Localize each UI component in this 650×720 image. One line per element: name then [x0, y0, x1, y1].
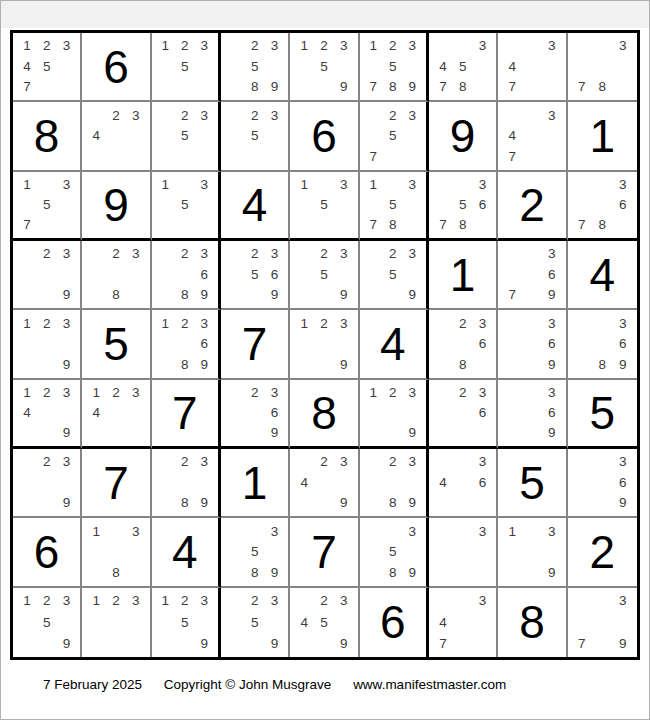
candidate-9: 9 [57, 423, 77, 443]
given-digit: 2 [590, 529, 616, 575]
candidate-1 [294, 591, 314, 612]
candidate-8 [245, 285, 265, 305]
cell-r5c4: 7 [221, 310, 290, 379]
candidate-6 [195, 56, 214, 76]
cell-r6c6: 1239 [360, 380, 429, 449]
candidate-3: 3 [57, 244, 77, 264]
candidate-8: 8 [383, 562, 402, 582]
candidate-8 [453, 633, 473, 654]
candidate-4: 4 [17, 56, 37, 76]
candidate-5: 5 [383, 542, 402, 562]
cell-r2c3: 235 [152, 102, 221, 171]
candidate-8: 8 [175, 354, 194, 374]
candidate-8: 8 [383, 215, 402, 235]
candidate-1 [225, 383, 245, 403]
puzzle-page: 1234576123523589123591235789345783473788… [0, 0, 650, 720]
candidate-8: 8 [245, 77, 265, 97]
candidate-5 [37, 403, 57, 423]
candidate-4 [433, 542, 453, 562]
candidate-7 [156, 215, 175, 235]
candidate-7 [502, 354, 522, 374]
candidate-6 [57, 612, 77, 633]
candidate-7 [502, 562, 522, 582]
candidate-6: 6 [473, 472, 493, 492]
footer: 7 February 2025 Copyright © John Musgrav… [43, 677, 506, 692]
candidate-7 [156, 77, 175, 97]
candidate-9 [403, 215, 422, 235]
cell-r6c7: 236 [429, 380, 498, 449]
candidate-4 [502, 542, 522, 562]
given-digit: 5 [590, 390, 616, 436]
cell-r8c1: 6 [13, 518, 82, 587]
candidate-5 [314, 472, 334, 492]
given-digit: 1 [242, 460, 268, 506]
cell-r2c9: 1 [568, 102, 637, 171]
candidate-4 [433, 334, 453, 354]
given-digit: 6 [103, 44, 129, 90]
candidate-3: 3 [57, 36, 77, 56]
cell-r5c7: 2368 [429, 310, 498, 379]
candidate-5: 5 [314, 264, 334, 284]
cell-r3c7: 35678 [429, 172, 498, 241]
candidate-8: 8 [106, 562, 126, 582]
candidate-2 [383, 521, 402, 541]
candidate-8 [383, 146, 402, 166]
candidate-4 [17, 612, 37, 633]
candidate-8 [314, 493, 334, 513]
candidate-7 [156, 354, 175, 374]
cell-r6c9: 5 [568, 380, 637, 449]
candidate-4 [156, 195, 175, 215]
candidate-4 [156, 334, 175, 354]
candidate-1 [364, 244, 383, 264]
candidate-8 [592, 493, 612, 513]
candidate-4 [225, 126, 245, 146]
candidate-3: 3 [613, 36, 633, 56]
candidate-3: 3 [126, 521, 146, 541]
candidate-5 [383, 403, 402, 423]
candidate-9 [126, 146, 146, 166]
candidate-5 [453, 542, 473, 562]
candidate-1 [572, 36, 592, 56]
candidate-5 [592, 56, 612, 76]
candidate-2: 2 [37, 452, 57, 472]
candidate-5: 5 [383, 56, 402, 76]
candidate-8 [37, 423, 57, 443]
candidate-6 [265, 56, 285, 76]
candidate-8 [175, 146, 194, 166]
candidate-2: 2 [37, 313, 57, 333]
candidate-1 [225, 244, 245, 264]
candidate-5: 5 [37, 56, 57, 76]
candidate-5: 5 [245, 542, 265, 562]
candidate-6: 6 [542, 403, 562, 423]
candidate-7: 7 [502, 146, 522, 166]
candidate-3: 3 [57, 175, 77, 195]
candidate-5 [522, 56, 542, 76]
candidate-5 [383, 472, 402, 492]
candidate-8 [453, 562, 473, 582]
candidate-2 [522, 521, 542, 541]
candidate-5 [453, 612, 473, 633]
candidate-9: 9 [195, 285, 214, 305]
candidate-5 [37, 472, 57, 492]
candidate-7 [294, 285, 314, 305]
candidate-7: 7 [502, 77, 522, 97]
candidate-6 [265, 126, 285, 146]
candidate-6 [57, 264, 77, 284]
cell-r3c2: 9 [82, 172, 151, 241]
candidate-1: 1 [502, 521, 522, 541]
given-digit: 8 [34, 113, 60, 159]
candidate-1 [502, 383, 522, 403]
candidate-8 [37, 215, 57, 235]
candidate-3: 3 [403, 36, 422, 56]
candidate-1 [225, 105, 245, 125]
candidate-5: 5 [245, 126, 265, 146]
candidate-4 [364, 195, 383, 215]
candidate-2: 2 [314, 313, 334, 333]
candidate-3: 3 [542, 313, 562, 333]
candidate-2: 2 [453, 313, 473, 333]
candidate-2: 2 [106, 383, 126, 403]
candidate-1: 1 [156, 591, 175, 612]
candidate-1 [433, 36, 453, 56]
candidate-7: 7 [433, 77, 453, 97]
candidate-7 [17, 493, 37, 513]
candidate-5: 5 [383, 195, 402, 215]
candidate-4 [294, 264, 314, 284]
candidate-5 [175, 472, 194, 492]
candidate-9 [57, 77, 77, 97]
candidate-4 [572, 472, 592, 492]
candidate-6 [195, 472, 214, 492]
candidate-5 [592, 195, 612, 215]
candidate-2 [314, 175, 334, 195]
candidate-3: 3 [613, 591, 633, 612]
candidate-7 [433, 423, 453, 443]
candidate-8 [106, 423, 126, 443]
candidate-2 [592, 313, 612, 333]
candidate-6 [473, 542, 493, 562]
candidate-2 [592, 175, 612, 195]
candidate-1: 1 [294, 313, 314, 333]
candidate-7: 7 [364, 146, 383, 166]
candidate-7: 7 [364, 77, 383, 97]
candidate-7: 7 [433, 215, 453, 235]
candidate-9 [473, 493, 493, 513]
candidate-2: 2 [383, 36, 402, 56]
candidate-4 [225, 264, 245, 284]
candidate-9: 9 [403, 285, 422, 305]
candidate-1 [294, 244, 314, 264]
candidate-6 [126, 126, 146, 146]
cell-r4c4: 23569 [221, 241, 290, 310]
candidate-6: 6 [473, 334, 493, 354]
cell-r7c3: 2389 [152, 449, 221, 518]
candidate-9: 9 [265, 77, 285, 97]
candidate-7 [364, 493, 383, 513]
candidate-9: 9 [542, 285, 562, 305]
candidate-2 [453, 36, 473, 56]
candidate-3: 3 [265, 591, 285, 612]
candidate-9 [473, 562, 493, 582]
candidate-1 [225, 591, 245, 612]
candidate-7 [86, 562, 106, 582]
candidate-6 [403, 472, 422, 492]
cell-r6c5: 8 [290, 380, 359, 449]
candidate-3: 3 [473, 452, 493, 472]
candidate-2 [592, 36, 612, 56]
candidate-1 [433, 313, 453, 333]
candidate-9 [473, 423, 493, 443]
given-digit: 7 [242, 321, 268, 367]
candidate-3: 3 [403, 452, 422, 472]
candidate-3: 3 [613, 452, 633, 472]
candidate-4 [502, 403, 522, 423]
cell-r8c6: 3589 [360, 518, 429, 587]
candidate-5: 5 [453, 195, 473, 215]
candidate-1 [502, 244, 522, 264]
candidate-7 [572, 354, 592, 374]
cell-r9c1: 12359 [13, 588, 82, 657]
cell-r1c2: 6 [82, 33, 151, 102]
candidate-9 [126, 285, 146, 305]
cell-r2c7: 9 [429, 102, 498, 171]
candidate-5 [522, 403, 542, 423]
candidate-2 [106, 521, 126, 541]
candidate-1 [502, 36, 522, 56]
candidate-6: 6 [613, 195, 633, 215]
candidate-3: 3 [542, 105, 562, 125]
candidate-4 [156, 612, 175, 633]
candidate-1 [225, 521, 245, 541]
candidate-8: 8 [592, 77, 612, 97]
candidate-5 [106, 612, 126, 633]
candidate-6 [334, 195, 354, 215]
candidate-8: 8 [383, 77, 402, 97]
cell-r6c3: 7 [152, 380, 221, 449]
cell-r1c7: 34578 [429, 33, 498, 102]
candidate-7 [225, 285, 245, 305]
candidate-7 [294, 77, 314, 97]
candidate-6 [126, 542, 146, 562]
candidate-2: 2 [245, 383, 265, 403]
given-digit: 6 [311, 113, 337, 159]
candidate-8 [245, 633, 265, 654]
candidate-4: 4 [433, 612, 453, 633]
candidate-2 [453, 452, 473, 472]
candidate-6 [403, 403, 422, 423]
given-digit: 4 [380, 321, 406, 367]
cell-r3c5: 135 [290, 172, 359, 241]
candidate-5 [522, 334, 542, 354]
candidate-8 [522, 562, 542, 582]
candidate-8 [383, 423, 402, 443]
candidate-9 [473, 77, 493, 97]
given-digit: 6 [380, 599, 406, 645]
candidate-4 [17, 334, 37, 354]
candidate-4 [225, 56, 245, 76]
cell-r5c9: 3689 [568, 310, 637, 379]
candidate-8 [314, 215, 334, 235]
cell-r2c5: 6 [290, 102, 359, 171]
candidate-2 [522, 105, 542, 125]
candidate-5 [522, 264, 542, 284]
candidate-2: 2 [175, 591, 194, 612]
candidate-4 [572, 334, 592, 354]
candidate-3: 3 [403, 244, 422, 264]
candidate-8 [522, 146, 542, 166]
candidate-3: 3 [473, 521, 493, 541]
candidate-9 [126, 562, 146, 582]
candidate-6 [473, 612, 493, 633]
candidate-1 [225, 36, 245, 56]
candidate-9 [613, 215, 633, 235]
candidate-8: 8 [592, 215, 612, 235]
candidate-3: 3 [265, 105, 285, 125]
candidate-9 [334, 215, 354, 235]
candidate-4: 4 [502, 126, 522, 146]
candidate-9 [403, 146, 422, 166]
candidate-5: 5 [314, 612, 334, 633]
candidate-8 [383, 285, 402, 305]
candidate-5 [245, 403, 265, 423]
cell-r4c9: 4 [568, 241, 637, 310]
candidate-4 [225, 542, 245, 562]
candidate-2: 2 [175, 36, 194, 56]
candidate-4 [86, 612, 106, 633]
candidate-4: 4 [502, 56, 522, 76]
cell-r4c7: 1 [429, 241, 498, 310]
given-digit: 2 [519, 182, 545, 228]
candidate-5: 5 [314, 195, 334, 215]
candidate-3: 3 [613, 175, 633, 195]
candidate-3: 3 [613, 313, 633, 333]
cell-r4c5: 2359 [290, 241, 359, 310]
cell-r4c3: 23689 [152, 241, 221, 310]
cell-r7c4: 1 [221, 449, 290, 518]
candidate-4: 4 [433, 472, 453, 492]
cell-r2c8: 347 [498, 102, 567, 171]
candidate-6: 6 [473, 403, 493, 423]
candidate-4 [364, 126, 383, 146]
candidate-9: 9 [195, 493, 214, 513]
candidate-3: 3 [126, 244, 146, 264]
candidate-2 [453, 175, 473, 195]
given-digit: 4 [242, 182, 268, 228]
candidate-4 [294, 56, 314, 76]
candidate-7 [502, 423, 522, 443]
footer-date: 7 February 2025 [43, 677, 142, 692]
candidate-5: 5 [245, 612, 265, 633]
sudoku-board: 1234576123523589123591235789345783473788… [10, 30, 640, 660]
candidate-2: 2 [37, 591, 57, 612]
candidate-7 [156, 285, 175, 305]
candidate-9: 9 [57, 633, 77, 654]
candidate-5: 5 [175, 126, 194, 146]
cell-r2c6: 2357 [360, 102, 429, 171]
candidate-8 [106, 633, 126, 654]
cell-r2c1: 8 [13, 102, 82, 171]
candidate-3: 3 [473, 591, 493, 612]
candidate-3: 3 [473, 313, 493, 333]
candidate-1: 1 [17, 175, 37, 195]
candidate-1 [364, 105, 383, 125]
candidate-5 [175, 264, 194, 284]
candidate-8 [522, 423, 542, 443]
candidate-2: 2 [37, 244, 57, 264]
candidate-8: 8 [245, 562, 265, 582]
candidate-2: 2 [383, 244, 402, 264]
candidate-3: 3 [57, 591, 77, 612]
top-margin-bar [1, 1, 649, 28]
given-digit: 4 [172, 529, 198, 575]
cell-r8c9: 2 [568, 518, 637, 587]
candidate-2 [175, 175, 194, 195]
cell-r3c1: 1357 [13, 172, 82, 241]
candidate-6 [403, 264, 422, 284]
candidate-6 [195, 195, 214, 215]
cell-r2c4: 235 [221, 102, 290, 171]
candidate-9: 9 [613, 354, 633, 374]
candidate-8 [314, 285, 334, 305]
candidate-7: 7 [433, 633, 453, 654]
cell-r8c8: 139 [498, 518, 567, 587]
candidate-6 [334, 264, 354, 284]
candidate-3: 3 [195, 36, 214, 56]
cell-r9c8: 8 [498, 588, 567, 657]
candidate-4 [572, 612, 592, 633]
candidate-8: 8 [453, 77, 473, 97]
candidate-9: 9 [265, 285, 285, 305]
candidate-1 [433, 175, 453, 195]
cell-r1c8: 347 [498, 33, 567, 102]
candidate-2 [245, 521, 265, 541]
candidate-9: 9 [542, 423, 562, 443]
candidate-2: 2 [245, 105, 265, 125]
candidate-5 [453, 334, 473, 354]
candidate-1: 1 [156, 175, 175, 195]
candidate-6 [334, 472, 354, 492]
candidate-8 [453, 493, 473, 513]
cell-r7c9: 369 [568, 449, 637, 518]
candidate-6 [126, 403, 146, 423]
cell-r8c3: 4 [152, 518, 221, 587]
candidate-2 [522, 313, 542, 333]
candidate-1: 1 [17, 383, 37, 403]
candidate-9 [57, 215, 77, 235]
candidate-5: 5 [245, 264, 265, 284]
candidate-7 [364, 423, 383, 443]
candidate-9: 9 [403, 423, 422, 443]
candidate-1: 1 [86, 383, 106, 403]
candidate-7 [364, 285, 383, 305]
candidate-1 [433, 521, 453, 541]
candidate-8: 8 [106, 285, 126, 305]
candidate-6 [57, 56, 77, 76]
candidate-9: 9 [334, 77, 354, 97]
candidate-1 [156, 244, 175, 264]
candidate-9: 9 [265, 633, 285, 654]
candidate-6: 6 [195, 334, 214, 354]
given-digit: 5 [519, 460, 545, 506]
candidate-4 [225, 403, 245, 423]
candidate-5 [106, 126, 126, 146]
candidate-1: 1 [17, 591, 37, 612]
candidate-8: 8 [453, 215, 473, 235]
candidate-2: 2 [314, 244, 334, 264]
